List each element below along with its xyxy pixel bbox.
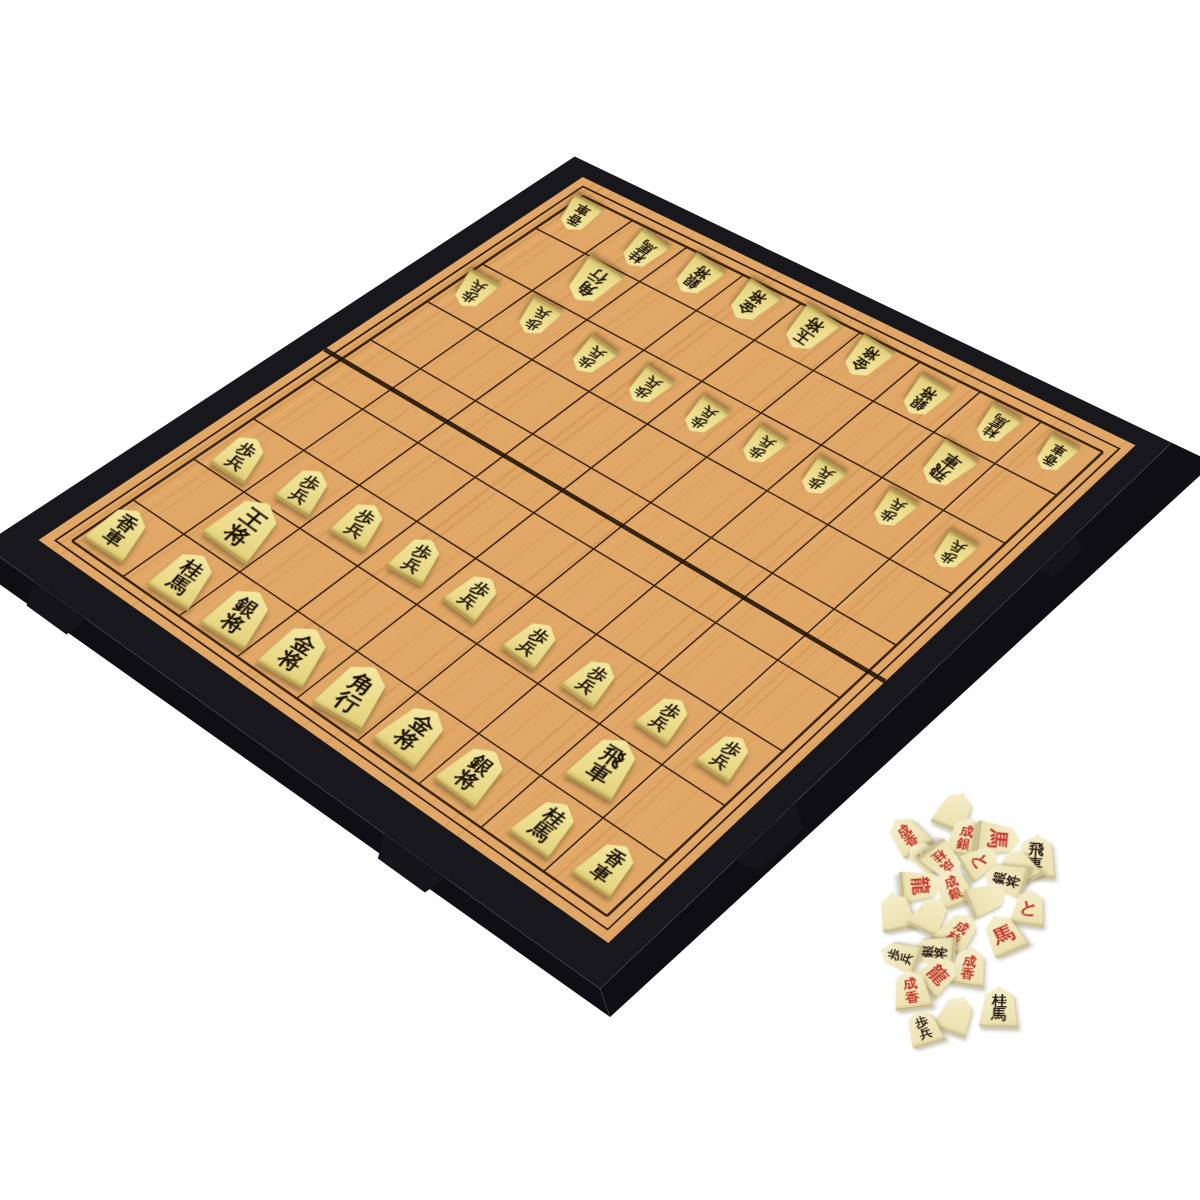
piece-kanji: 歩 兵 xyxy=(458,277,488,304)
piece-kanji: 角 行 xyxy=(573,266,611,299)
piece-kanji: 角 行 xyxy=(330,669,379,716)
piece-kanji: 歩 兵 xyxy=(707,739,744,773)
piece-kanji: 桂 馬 xyxy=(524,805,569,845)
piece-kanji: と xyxy=(1018,898,1040,918)
piece-kanji: 飛 車 xyxy=(927,450,966,483)
piece-kanji: 銀 将 xyxy=(449,752,497,794)
piece-kanji: 香 車 xyxy=(98,512,140,551)
piece-kanji: 銀 将 xyxy=(217,594,263,637)
piece-kanji: 成 銀 xyxy=(942,874,964,902)
piece-kanji: 歩 兵 xyxy=(886,947,914,966)
piece-kanji: 歩 兵 xyxy=(573,663,611,697)
piece-kanji: 桂 馬 xyxy=(163,557,207,598)
piece-kanji: 歩 兵 xyxy=(222,440,259,474)
piece-kanji: 銀 将 xyxy=(680,262,714,291)
piece-kanji: 歩 兵 xyxy=(913,1015,933,1041)
piece-kanji: 香 車 xyxy=(586,848,629,886)
piece-kanji: 飛 車 xyxy=(582,743,630,788)
piece-kanji: 歩 兵 xyxy=(688,403,720,430)
piece-kanji: 馬 xyxy=(990,922,1018,947)
piece-kanji: 金 将 xyxy=(389,711,439,754)
piece-kanji: 歩 兵 xyxy=(805,465,836,492)
piece-kanji: 歩 兵 xyxy=(523,304,553,332)
piece-kanji: 歩 兵 xyxy=(646,701,683,735)
piece-kanji: 桂 馬 xyxy=(980,412,1011,440)
piece-kanji: 玉 将 xyxy=(790,314,828,346)
piece-kanji: 成 銀 xyxy=(956,823,975,851)
piece-kanji: 歩 兵 xyxy=(576,344,608,371)
loose-piece-成香[interactable]: 成 香 xyxy=(889,968,933,1010)
piece-kanji: 歩 兵 xyxy=(399,542,435,576)
scene: 香 車桂 馬銀 将角 行歩 兵金 将歩 兵玉 将歩 兵金 将歩 兵銀 将歩 兵桂… xyxy=(0,0,1200,1200)
piece-kanji: 歩 兵 xyxy=(287,472,323,506)
piece-kanji: 歩 兵 xyxy=(937,539,968,566)
piece-kanji: 金 将 xyxy=(273,631,320,675)
piece-kanji: 桂 馬 xyxy=(627,237,660,264)
piece-kanji: 歩 兵 xyxy=(746,434,778,461)
piece-kanji: 成 香 xyxy=(902,976,920,1004)
piece-kanji: 王 将 xyxy=(219,505,271,551)
piece-kanji: 金 将 xyxy=(849,343,883,373)
piece-kanji: 歩 兵 xyxy=(877,496,908,523)
piece-face: 桂 馬 xyxy=(978,986,1020,1027)
piece-kanji: 歩 兵 xyxy=(514,626,552,659)
piece-face: 成 香 xyxy=(889,968,933,1010)
piece-kanji: 歩 兵 xyxy=(631,373,663,400)
piece-kanji: 香 車 xyxy=(564,202,593,228)
piece-kanji: 銀 将 xyxy=(907,383,940,412)
piece-kanji: 香 車 xyxy=(1040,442,1069,468)
loose-piece-桂馬[interactable]: 桂 馬 xyxy=(978,986,1020,1027)
piece-kanji: 金 将 xyxy=(735,288,770,318)
piece-kanji: 桂 馬 xyxy=(991,994,1007,1022)
piece-kanji: 歩 兵 xyxy=(342,507,378,541)
piece-kanji: 歩 兵 xyxy=(455,579,493,612)
